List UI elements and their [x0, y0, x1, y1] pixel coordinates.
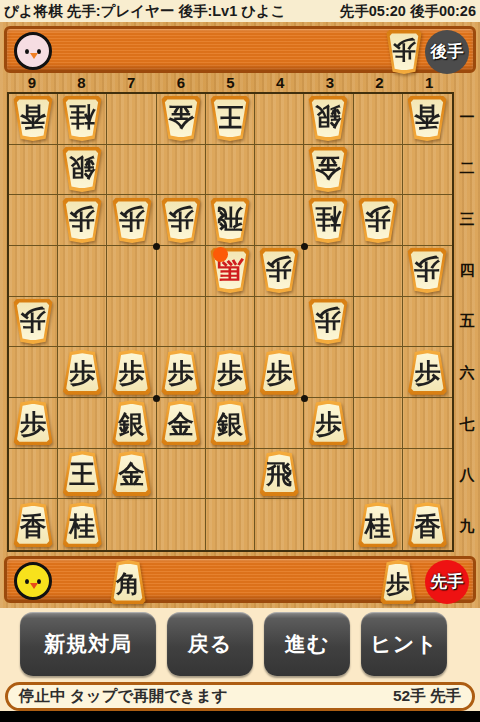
- sente-piece-金[interactable]: 金: [160, 400, 202, 445]
- square-33[interactable]: 桂: [304, 195, 353, 246]
- square-99[interactable]: 香: [9, 499, 58, 550]
- hoshi-dot: [153, 243, 160, 250]
- file-label-3: 3: [305, 74, 355, 92]
- square-59[interactable]: [206, 499, 255, 550]
- square-18[interactable]: [403, 449, 452, 500]
- new-game-button[interactable]: 新規対局: [20, 612, 156, 676]
- square-49[interactable]: [255, 499, 304, 550]
- status-bar[interactable]: 停止中 タップで再開できます 52手 先手: [5, 682, 475, 711]
- square-69[interactable]: [157, 499, 206, 550]
- square-15[interactable]: [403, 297, 452, 348]
- shogi-board: 香桂金王銀香銀金歩歩歩飛桂歩馬歩歩歩歩歩歩歩歩歩歩歩銀金銀歩王金飛香桂桂香: [7, 92, 454, 552]
- file-coordinates: 987654321: [7, 74, 454, 92]
- square-63[interactable]: 歩: [157, 195, 206, 246]
- square-82[interactable]: 銀: [58, 145, 107, 196]
- square-42[interactable]: [255, 145, 304, 196]
- sente-piece-歩[interactable]: 歩: [406, 350, 448, 395]
- square-86[interactable]: 歩: [58, 347, 107, 398]
- gote-piece-香[interactable]: 香: [406, 96, 448, 141]
- sente-piece-金[interactable]: 金: [111, 451, 153, 496]
- file-label-9: 9: [7, 74, 57, 92]
- square-34[interactable]: [304, 246, 353, 297]
- square-66[interactable]: 歩: [157, 347, 206, 398]
- gote-piece-歩[interactable]: 歩: [307, 299, 349, 344]
- gote-piece-金[interactable]: 金: [307, 147, 349, 192]
- forward-button[interactable]: 進む: [264, 612, 350, 676]
- square-14[interactable]: 歩: [403, 246, 452, 297]
- square-52[interactable]: [206, 145, 255, 196]
- square-95[interactable]: 歩: [9, 297, 58, 348]
- hint-button[interactable]: ヒント: [361, 612, 447, 676]
- rank-label-5: 五: [456, 296, 478, 347]
- square-85[interactable]: [58, 297, 107, 348]
- sente-piece-歩[interactable]: 歩: [258, 350, 300, 395]
- gote-piece-飛[interactable]: 飛: [209, 198, 251, 243]
- button-row: 新規対局 戻る 進む ヒント: [20, 612, 447, 676]
- square-84[interactable]: [58, 246, 107, 297]
- square-55[interactable]: [206, 297, 255, 348]
- app-title-bar: ぴよ将棋 先手:プレイヤー 後手:Lv1 ひよこ 先手05:20 後手00:26: [0, 0, 480, 22]
- gote-piece-銀[interactable]: 銀: [61, 147, 103, 192]
- gote-piece-香[interactable]: 香: [12, 96, 54, 141]
- square-88[interactable]: 王: [58, 449, 107, 500]
- sente-badge: 先手: [425, 560, 469, 604]
- android-nav-bar: [0, 711, 480, 722]
- sente-piece-桂[interactable]: 桂: [61, 502, 103, 547]
- square-83[interactable]: 歩: [58, 195, 107, 246]
- gote-piece-歩[interactable]: 歩: [406, 248, 448, 293]
- square-36[interactable]: [304, 347, 353, 398]
- square-25[interactable]: [354, 297, 403, 348]
- file-label-5: 5: [206, 74, 256, 92]
- yellow-chick-avatar-icon: [14, 562, 52, 600]
- file-label-6: 6: [156, 74, 206, 92]
- square-35[interactable]: 歩: [304, 297, 353, 348]
- square-94[interactable]: [9, 246, 58, 297]
- file-label-1: 1: [404, 74, 454, 92]
- rank-label-9: 九: [456, 501, 478, 552]
- sente-piece-歩[interactable]: 歩: [209, 350, 251, 395]
- gote-piece-歩[interactable]: 歩: [61, 198, 103, 243]
- square-29[interactable]: 桂: [354, 499, 403, 550]
- square-65[interactable]: [157, 297, 206, 348]
- sente-piece-歩[interactable]: 歩: [379, 560, 417, 604]
- square-78[interactable]: 金: [107, 449, 156, 500]
- sente-piece-歩[interactable]: 歩: [12, 400, 54, 445]
- square-67[interactable]: 金: [157, 398, 206, 449]
- square-28[interactable]: [354, 449, 403, 500]
- rank-label-2: 二: [456, 143, 478, 194]
- piyo-shogi-app: ぴよ将棋 先手:プレイヤー 後手:Lv1 ひよこ 先手05:20 後手00:26…: [0, 0, 480, 722]
- square-77[interactable]: 銀: [107, 398, 156, 449]
- gote-piece-銀[interactable]: 銀: [307, 96, 349, 141]
- sente-piece-歩[interactable]: 歩: [111, 350, 153, 395]
- board-background: 後手 歩 987654321 一二三四五六七八九 香桂金王銀香銀金歩歩歩飛桂歩馬…: [0, 22, 480, 608]
- gote-piece-桂[interactable]: 桂: [61, 96, 103, 141]
- rank-coordinates: 一二三四五六七八九: [456, 92, 478, 552]
- gote-piece-歩[interactable]: 歩: [357, 198, 399, 243]
- sente-piece-銀[interactable]: 銀: [111, 400, 153, 445]
- square-26[interactable]: [354, 347, 403, 398]
- square-56[interactable]: 歩: [206, 347, 255, 398]
- file-label-7: 7: [106, 74, 156, 92]
- square-32[interactable]: 金: [304, 145, 353, 196]
- square-27[interactable]: [354, 398, 403, 449]
- sente-hand-tray: 先手 角歩: [4, 556, 476, 603]
- square-46[interactable]: 歩: [255, 347, 304, 398]
- square-43[interactable]: [255, 195, 304, 246]
- rank-label-1: 一: [456, 92, 478, 143]
- square-37[interactable]: 歩: [304, 398, 353, 449]
- square-62[interactable]: [157, 145, 206, 196]
- hoshi-dot: [301, 243, 308, 250]
- sente-piece-桂[interactable]: 桂: [357, 502, 399, 547]
- title-players-label: ぴよ将棋 先手:プレイヤー 後手:Lv1 ひよこ: [4, 2, 286, 21]
- square-98[interactable]: [9, 449, 58, 500]
- gote-piece-歩[interactable]: 歩: [12, 299, 54, 344]
- square-57[interactable]: 銀: [206, 398, 255, 449]
- square-31[interactable]: 銀: [304, 94, 353, 145]
- rank-label-3: 三: [456, 194, 478, 245]
- square-72[interactable]: [107, 145, 156, 196]
- sente-piece-王[interactable]: 王: [61, 451, 103, 496]
- square-38[interactable]: [304, 449, 353, 500]
- gote-badge: 後手: [425, 30, 469, 74]
- last-move-indicator: [213, 247, 228, 262]
- square-74[interactable]: [107, 246, 156, 297]
- hoshi-dot: [301, 395, 308, 402]
- square-39[interactable]: [304, 499, 353, 550]
- square-76[interactable]: 歩: [107, 347, 156, 398]
- move-counter: 52手 先手: [393, 686, 461, 707]
- gote-piece-桂[interactable]: 桂: [307, 198, 349, 243]
- square-22[interactable]: [354, 145, 403, 196]
- square-16[interactable]: 歩: [403, 347, 452, 398]
- square-71[interactable]: [107, 94, 156, 145]
- square-64[interactable]: [157, 246, 206, 297]
- square-41[interactable]: [255, 94, 304, 145]
- square-45[interactable]: [255, 297, 304, 348]
- square-89[interactable]: 桂: [58, 499, 107, 550]
- square-21[interactable]: [354, 94, 403, 145]
- rank-label-4: 四: [456, 245, 478, 296]
- gote-hand-tray: 後手 歩: [4, 26, 476, 73]
- gote-piece-歩[interactable]: 歩: [160, 198, 202, 243]
- hoshi-dot: [153, 395, 160, 402]
- square-61[interactable]: 金: [157, 94, 206, 145]
- square-87[interactable]: [58, 398, 107, 449]
- square-73[interactable]: 歩: [107, 195, 156, 246]
- square-44[interactable]: 歩: [255, 246, 304, 297]
- rank-label-8: 八: [456, 450, 478, 501]
- sente-piece-角[interactable]: 角: [109, 560, 147, 604]
- white-chick-avatar-icon: [14, 32, 52, 70]
- square-96[interactable]: [9, 347, 58, 398]
- file-label-8: 8: [57, 74, 107, 92]
- square-97[interactable]: 歩: [9, 398, 58, 449]
- board-grid: 香桂金王銀香銀金歩歩歩飛桂歩馬歩歩歩歩歩歩歩歩歩歩歩銀金銀歩王金飛香桂桂香: [9, 94, 452, 550]
- square-12[interactable]: [403, 145, 452, 196]
- sente-piece-飛[interactable]: 飛: [258, 451, 300, 496]
- sente-piece-歩[interactable]: 歩: [61, 350, 103, 395]
- status-message: 停止中 タップで再開できます: [19, 686, 228, 707]
- square-48[interactable]: 飛: [255, 449, 304, 500]
- square-68[interactable]: [157, 449, 206, 500]
- square-24[interactable]: [354, 246, 403, 297]
- square-53[interactable]: 飛: [206, 195, 255, 246]
- square-91[interactable]: 香: [9, 94, 58, 145]
- square-75[interactable]: [107, 297, 156, 348]
- control-panel: 新規対局 戻る 進む ヒント 停止中 タップで再開できます 52手 先手: [0, 608, 480, 722]
- sente-piece-歩[interactable]: 歩: [160, 350, 202, 395]
- clocks-label: 先手05:20 後手00:26: [340, 2, 476, 21]
- gote-piece-王[interactable]: 王: [209, 96, 251, 141]
- rank-label-7: 七: [456, 399, 478, 450]
- file-label-2: 2: [355, 74, 405, 92]
- gote-piece-歩[interactable]: 歩: [258, 248, 300, 293]
- square-11[interactable]: 香: [403, 94, 452, 145]
- file-label-4: 4: [255, 74, 305, 92]
- square-47[interactable]: [255, 398, 304, 449]
- back-button[interactable]: 戻る: [167, 612, 253, 676]
- rank-label-6: 六: [456, 348, 478, 399]
- square-92[interactable]: [9, 145, 58, 196]
- square-93[interactable]: [9, 195, 58, 246]
- sente-piece-香[interactable]: 香: [12, 502, 54, 547]
- sente-piece-歩[interactable]: 歩: [307, 400, 349, 445]
- square-58[interactable]: [206, 449, 255, 500]
- gote-piece-歩[interactable]: 歩: [111, 198, 153, 243]
- square-23[interactable]: 歩: [354, 195, 403, 246]
- square-81[interactable]: 桂: [58, 94, 107, 145]
- gote-piece-歩[interactable]: 歩: [385, 30, 423, 74]
- square-17[interactable]: [403, 398, 452, 449]
- square-51[interactable]: 王: [206, 94, 255, 145]
- square-79[interactable]: [107, 499, 156, 550]
- sente-piece-銀[interactable]: 銀: [209, 400, 251, 445]
- gote-piece-金[interactable]: 金: [160, 96, 202, 141]
- square-19[interactable]: 香: [403, 499, 452, 550]
- square-13[interactable]: [403, 195, 452, 246]
- sente-piece-香[interactable]: 香: [406, 502, 448, 547]
